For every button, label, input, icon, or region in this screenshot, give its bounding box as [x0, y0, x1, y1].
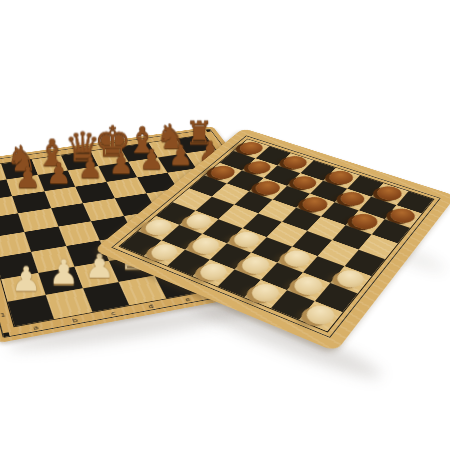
- chess-piece-dark-p: ♟: [46, 159, 72, 188]
- chess-piece-dark-p: ♟: [78, 154, 103, 182]
- chess-square-c4: [58, 221, 100, 246]
- chess-square-b5: [18, 208, 58, 232]
- chess-piece-dark-p: ♟: [108, 150, 133, 178]
- chess-piece-dark-p: ♟: [14, 163, 40, 192]
- chess-square-c7: ♟: [37, 170, 75, 191]
- file-label: b: [72, 318, 79, 324]
- chess-piece-dark-p: ♟: [139, 146, 164, 174]
- chess-piece-light-p: ♟: [48, 256, 78, 290]
- checkers-square-r4c4: [258, 199, 296, 222]
- product-photo-stage: 87654321 abcdefgh ♜♞♝♛♚♝♞♜♟♟♟♟♟♟♟♟♟♟♟♛♚♝…: [0, 0, 450, 450]
- chess-piece-light-p: ♟: [11, 262, 41, 296]
- chess-piece-dark-p: ♟: [168, 141, 193, 169]
- chess-piece-dark-p: ♟: [0, 168, 8, 197]
